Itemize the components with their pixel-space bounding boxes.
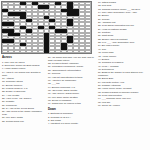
middle-clues-column: 50. *To whom God said "You are dust, and… bbox=[48, 56, 95, 126]
grid-cell[interactable] bbox=[85, 50, 91, 53]
clue-item: 51. Basis of the answer to each starred … bbox=[98, 71, 148, 77]
clue-item: 38. Certain world cup bbox=[2, 120, 46, 123]
down-clue-list-2: 10. Tatar's horses12. Red heat13. Thomas… bbox=[98, 1, 148, 107]
across-clue-list-2: 50. *To whom God said "You are dust, and… bbox=[48, 56, 95, 105]
clue-item: 69. Chairs may be placed in this bbox=[48, 102, 95, 105]
right-clues-column: 10. Tatar's horses12. Red heat13. Thomas… bbox=[98, 1, 148, 107]
clue-item: 50. *To whom God said "You are dust, and… bbox=[48, 56, 95, 62]
across-clues-column: Across 1. They may be called5. 2005 Tony… bbox=[2, 56, 46, 123]
across-heading: Across bbox=[2, 56, 46, 60]
down-heading: Down bbox=[48, 108, 95, 112]
clue-item: 4. Impatient in a deep country bbox=[48, 122, 95, 125]
clue-item: 66. Old NASA vehicle bbox=[98, 104, 148, 107]
crossword-grid bbox=[1, 1, 92, 54]
clue-item: 36. "The Rules of the Game" filmmaker, 1… bbox=[2, 110, 46, 116]
clue-item: 14. *"Did it! You wanna play Dorothy's a… bbox=[2, 71, 46, 77]
across-clue-list-1: 1. They may be called5. 2005 Tony winner… bbox=[2, 61, 46, 123]
down-clue-list-1: 1. Bartender's appliance2. Newman of "S.… bbox=[48, 112, 95, 125]
crossword-page: Across 1. They may be called5. 2005 Tony… bbox=[0, 0, 150, 150]
